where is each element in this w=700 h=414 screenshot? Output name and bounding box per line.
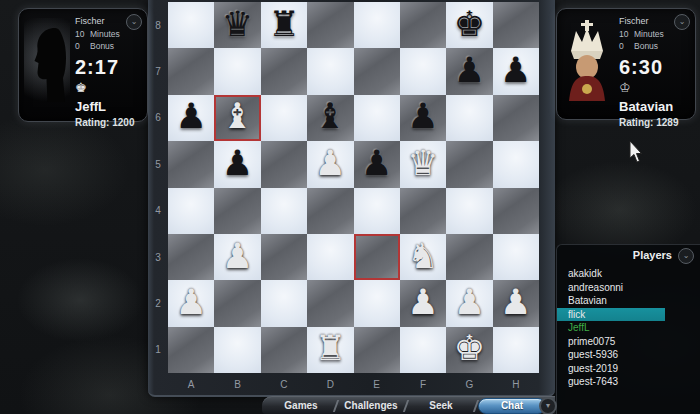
square-h4[interactable] [493, 188, 539, 234]
square-g4[interactable] [446, 188, 492, 234]
square-g5[interactable] [446, 141, 492, 187]
square-f7[interactable] [400, 48, 446, 94]
square-e5[interactable]: ♟ [354, 141, 400, 187]
player-list-item-guest-5936[interactable]: guest-5936 [557, 348, 700, 362]
square-d7[interactable] [307, 48, 353, 94]
white-pawn: ♟ [214, 234, 260, 280]
file-label-d: D [307, 373, 353, 395]
chess-board: 87654321 ♛♜♚♟♟♟♝♝♟♟♟♟♛♟♞♟♟♟♟♜♚ ABCDEFGH [148, 0, 555, 397]
minutes-value: 10 [619, 29, 634, 39]
black-king: ♚ [446, 2, 492, 48]
square-h5[interactable] [493, 141, 539, 187]
square-b3[interactable]: ♟ [214, 234, 260, 280]
player-list-item-andreasonni[interactable]: andreasonni [557, 281, 700, 295]
square-f6[interactable]: ♟ [400, 95, 446, 141]
square-b1[interactable] [214, 327, 260, 373]
black-king-icon: ♔ [619, 81, 693, 96]
white-player-rating: Rating: 1200 [75, 117, 143, 128]
square-h1[interactable] [493, 327, 539, 373]
white-pawn: ♟ [168, 280, 214, 326]
board-squares: ♛♜♚♟♟♟♝♝♟♟♟♟♛♟♞♟♟♟♟♜♚ [168, 2, 539, 373]
rank-label-8: 8 [148, 2, 168, 48]
black-pawn: ♟ [400, 95, 446, 141]
player-list-item-flick[interactable]: flick [557, 308, 665, 322]
black-player-avatar [562, 19, 612, 101]
square-g3[interactable] [446, 234, 492, 280]
square-b8[interactable]: ♛ [214, 2, 260, 48]
bonus-value: 0 [619, 41, 634, 51]
white-knight: ♞ [400, 234, 446, 280]
tab-challenges[interactable]: Challenges [338, 399, 404, 413]
square-e1[interactable] [354, 327, 400, 373]
black-pawn: ♟ [493, 48, 539, 94]
square-a5[interactable] [168, 141, 214, 187]
white-player-name: JeffL [75, 99, 143, 114]
square-g8[interactable]: ♚ [446, 2, 492, 48]
player-list-item-guest-7643[interactable]: guest-7643 [557, 375, 700, 389]
black-pawn: ♟ [168, 95, 214, 141]
tab-seek[interactable]: Seek [408, 399, 474, 413]
tab-chat[interactable]: Chat [478, 398, 546, 414]
rank-labels: 87654321 [148, 2, 168, 373]
file-label-b: B [214, 373, 260, 395]
white-pawn: ♟ [307, 141, 353, 187]
file-label-h: H [493, 373, 539, 395]
square-h2[interactable]: ♟ [493, 280, 539, 326]
player-card-white: ⌄ Fischer 10 Minutes 0 Bonus 2:17 ♚ Jeff… [18, 8, 148, 122]
square-c6[interactable] [261, 95, 307, 141]
white-queen: ♛ [400, 141, 446, 187]
black-bishop: ♝ [307, 95, 353, 141]
square-h8[interactable] [493, 2, 539, 48]
black-pawn: ♟ [354, 141, 400, 187]
square-b2[interactable] [214, 280, 260, 326]
square-a3[interactable] [168, 234, 214, 280]
square-g1[interactable]: ♚ [446, 327, 492, 373]
white-king-icon: ♚ [75, 81, 143, 96]
file-label-c: C [261, 373, 307, 395]
square-e3[interactable] [354, 234, 400, 280]
square-d4[interactable] [307, 188, 353, 234]
square-b4[interactable] [214, 188, 260, 234]
square-g6[interactable] [446, 95, 492, 141]
square-e4[interactable] [354, 188, 400, 234]
players-list: akakidkandreasonniBatavianflickJeffLprim… [557, 267, 700, 389]
file-label-g: G [446, 373, 492, 395]
time-control-name: Fischer [75, 16, 143, 26]
black-player-rating: Rating: 1289 [619, 117, 693, 128]
players-panel-title: Players [633, 249, 672, 261]
square-c8[interactable]: ♜ [261, 2, 307, 48]
player-list-item-guest-2019[interactable]: guest-2019 [557, 362, 700, 376]
minutes-label: Minutes [634, 29, 664, 39]
square-f8[interactable] [400, 2, 446, 48]
tab-games[interactable]: Games [268, 399, 334, 413]
square-d8[interactable] [307, 2, 353, 48]
square-e8[interactable] [354, 2, 400, 48]
players-menu-icon[interactable]: ⌄ [678, 248, 694, 264]
square-f5[interactable]: ♛ [400, 141, 446, 187]
square-c2[interactable] [261, 280, 307, 326]
square-h7[interactable]: ♟ [493, 48, 539, 94]
white-rook: ♜ [307, 327, 353, 373]
black-rook: ♜ [261, 2, 307, 48]
square-a4[interactable] [168, 188, 214, 234]
square-c1[interactable] [261, 327, 307, 373]
rank-label-1: 1 [148, 327, 168, 373]
mouse-cursor [629, 141, 644, 164]
square-g2[interactable]: ♟ [446, 280, 492, 326]
file-label-e: E [354, 373, 400, 395]
white-player-avatar [24, 18, 70, 114]
white-king: ♚ [446, 327, 492, 373]
square-b5[interactable]: ♟ [214, 141, 260, 187]
player-list-item-akakidk[interactable]: akakidk [557, 267, 700, 281]
white-bishop: ♝ [214, 95, 260, 141]
time-control-name: Fischer [619, 16, 693, 26]
player-card-black: ⌄ Fischer 10 Minutes 0 Bonus 6:30 ♔ Bata… [556, 8, 696, 120]
bonus-label: Bonus [90, 41, 114, 51]
square-c7[interactable] [261, 48, 307, 94]
tab-menu-icon[interactable]: ▾ [539, 397, 557, 414]
square-d1[interactable]: ♜ [307, 327, 353, 373]
square-a8[interactable] [168, 2, 214, 48]
player-list-item-prime0075[interactable]: prime0075 [557, 335, 700, 349]
players-panel: Players ⌄ akakidkandreasonniBatavianflic… [556, 244, 700, 414]
square-d2[interactable] [307, 280, 353, 326]
app-window: 87654321 ♛♜♚♟♟♟♝♝♟♟♟♟♛♟♞♟♟♟♟♜♚ ABCDEFGH … [0, 0, 700, 414]
square-c5[interactable] [261, 141, 307, 187]
white-pawn: ♟ [493, 280, 539, 326]
square-g7[interactable]: ♟ [446, 48, 492, 94]
square-h6[interactable] [493, 95, 539, 141]
black-pawn: ♟ [214, 141, 260, 187]
file-labels: ABCDEFGH [168, 373, 539, 395]
black-queen: ♛ [214, 2, 260, 48]
square-f1[interactable] [400, 327, 446, 373]
rank-label-6: 6 [148, 95, 168, 141]
bonus-label: Bonus [634, 41, 658, 51]
black-clock: 6:30 [619, 56, 693, 79]
square-e2[interactable] [354, 280, 400, 326]
square-f4[interactable] [400, 188, 446, 234]
square-e6[interactable] [354, 95, 400, 141]
rank-label-4: 4 [148, 188, 168, 234]
square-b6[interactable]: ♝ [214, 95, 260, 141]
rank-label-5: 5 [148, 141, 168, 187]
rank-label-7: 7 [148, 48, 168, 94]
rank-label-2: 2 [148, 280, 168, 326]
bonus-value: 0 [75, 41, 90, 51]
bottom-tab-bar: GamesChallengesSeekChat [262, 396, 555, 414]
file-label-a: A [168, 373, 214, 395]
square-h3[interactable] [493, 234, 539, 280]
square-d6[interactable]: ♝ [307, 95, 353, 141]
white-clock: 2:17 [75, 56, 143, 79]
white-pawn: ♟ [400, 280, 446, 326]
square-e7[interactable] [354, 48, 400, 94]
square-f2[interactable]: ♟ [400, 280, 446, 326]
square-a7[interactable] [168, 48, 214, 94]
black-player-name: Batavian [619, 99, 693, 114]
square-a1[interactable] [168, 327, 214, 373]
player-list-item-Batavian[interactable]: Batavian [557, 294, 700, 308]
square-b7[interactable] [214, 48, 260, 94]
square-c3[interactable] [261, 234, 307, 280]
rank-label-3: 3 [148, 234, 168, 280]
square-d3[interactable] [307, 234, 353, 280]
player-list-item-JeffL[interactable]: JeffL [557, 321, 700, 335]
file-label-f: F [400, 373, 446, 395]
minutes-label: Minutes [90, 29, 120, 39]
square-d5[interactable]: ♟ [307, 141, 353, 187]
square-a2[interactable]: ♟ [168, 280, 214, 326]
white-pawn: ♟ [446, 280, 492, 326]
square-f3[interactable]: ♞ [400, 234, 446, 280]
square-c4[interactable] [261, 188, 307, 234]
black-pawn: ♟ [446, 48, 492, 94]
minutes-value: 10 [75, 29, 90, 39]
square-a6[interactable]: ♟ [168, 95, 214, 141]
